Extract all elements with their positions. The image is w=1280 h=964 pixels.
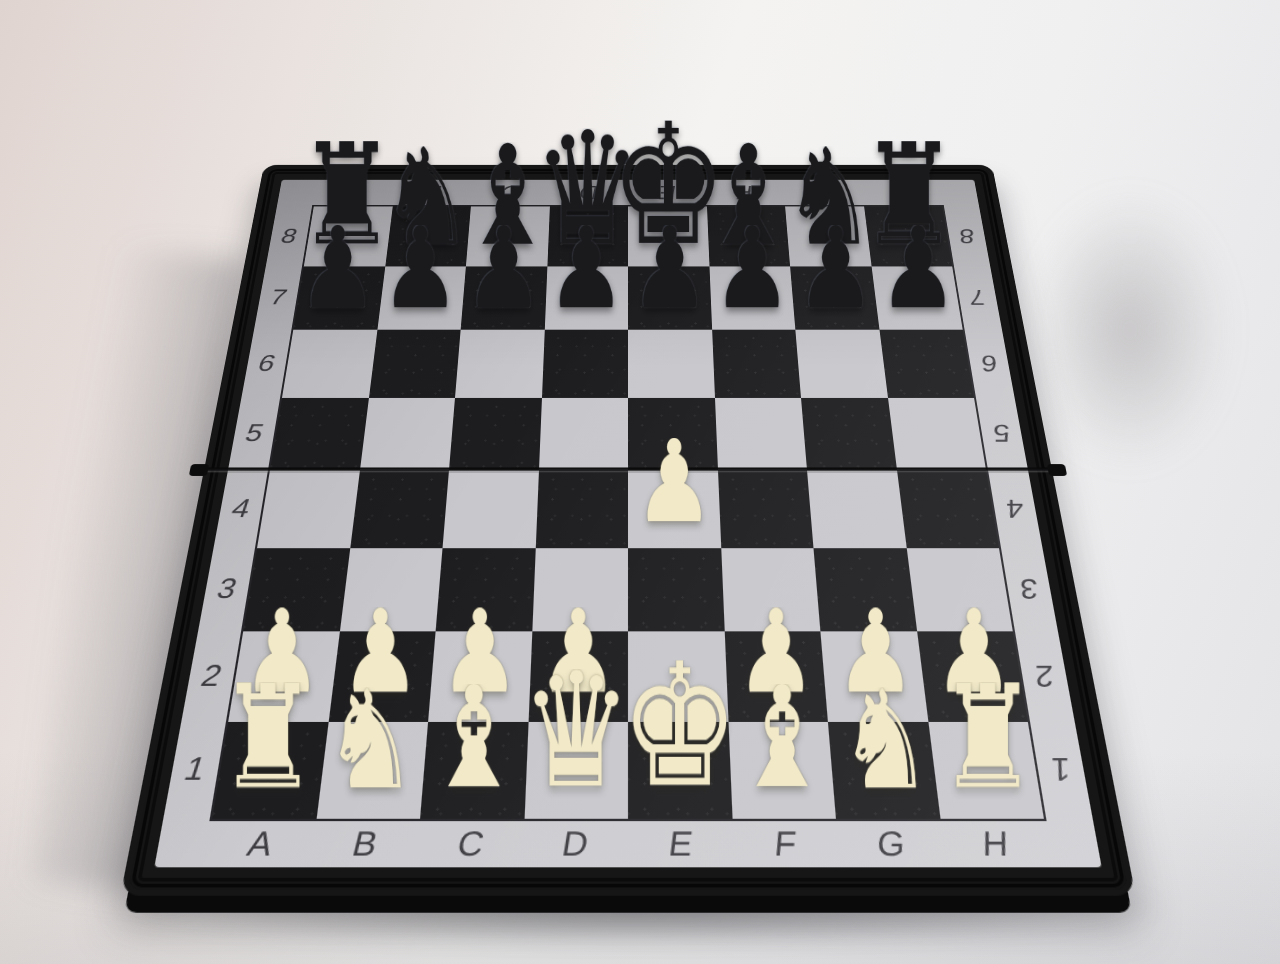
coord-file-e-top: E [657, 183, 678, 202]
piece-white-knight-b1[interactable]: ♞ [323, 687, 418, 793]
square-h5[interactable] [887, 397, 986, 470]
square-d6[interactable] [542, 330, 628, 398]
coord-rank-5-right: 5 [993, 421, 1010, 445]
piece-white-bishop-f1[interactable]: ♝ [733, 683, 831, 792]
chess-board: 8877665544332211AABBCCDDEEFFGGHH ♜♞♝♛♚♝♞… [120, 165, 1136, 896]
piece-white-king-e1[interactable]: ♚ [620, 660, 739, 793]
piece-white-queen-d1[interactable]: ♛ [521, 669, 632, 793]
square-a6[interactable] [282, 330, 377, 398]
square-e7[interactable] [628, 266, 712, 330]
piece-white-bishop-c1[interactable]: ♝ [425, 683, 523, 792]
square-e6[interactable] [628, 330, 714, 398]
desk-surface: 8877665544332211AABBCCDDEEFFGGHH ♜♞♝♛♚♝♞… [0, 0, 1280, 964]
square-f6[interactable] [712, 330, 801, 398]
square-h8[interactable] [864, 206, 952, 266]
square-g6[interactable] [795, 330, 887, 398]
piece-white-rook-h1[interactable]: ♜ [938, 682, 1038, 793]
coord-rank-6-right: 6 [981, 352, 997, 375]
square-f8[interactable] [707, 206, 791, 266]
coord-file-d-top: D [577, 183, 600, 202]
square-g7[interactable] [790, 266, 879, 330]
square-f7[interactable] [709, 266, 795, 330]
scene: 8877665544332211AABBCCDDEEFFGGHH ♜♞♝♛♚♝♞… [0, 0, 1280, 964]
square-h6[interactable] [879, 330, 974, 398]
square-b7[interactable] [377, 266, 466, 330]
square-f5[interactable] [714, 397, 807, 470]
coord-rank-5-left: 5 [242, 421, 267, 445]
coord-rank-8-right: 8 [959, 226, 974, 246]
piece-white-rook-a1[interactable]: ♜ [218, 682, 318, 793]
square-c7[interactable] [461, 266, 547, 330]
coord-rank-7-right: 7 [970, 287, 985, 308]
coord-rank-7-left: 7 [267, 287, 290, 308]
square-e8[interactable] [628, 206, 709, 266]
square-c8[interactable] [466, 206, 550, 266]
coord-file-h-top: H [891, 183, 911, 202]
square-c5[interactable] [449, 397, 542, 470]
square-b6[interactable] [369, 330, 461, 398]
coord-file-c-top: C [499, 183, 523, 202]
piece-white-pawn-e4[interactable]: ♟ [634, 438, 714, 527]
square-d8[interactable] [547, 206, 628, 266]
square-g5[interactable] [801, 397, 897, 470]
coord-file-f-top: F [736, 183, 754, 202]
square-g8[interactable] [785, 206, 871, 266]
square-d7[interactable] [544, 266, 628, 330]
square-c6[interactable] [455, 330, 544, 398]
square-a8[interactable] [304, 206, 392, 266]
square-d5[interactable] [539, 397, 629, 470]
coord-file-a-top: A [343, 183, 367, 202]
square-a7[interactable] [293, 266, 385, 330]
square-b5[interactable] [360, 397, 456, 470]
coord-file-g-top: G [812, 183, 834, 202]
coord-file-b-top: B [421, 183, 444, 202]
square-b8[interactable] [385, 206, 471, 266]
square-a5[interactable] [270, 397, 369, 470]
coord-rank-6-left: 6 [255, 352, 279, 375]
square-h7[interactable] [871, 266, 963, 330]
coord-rank-8-left: 8 [278, 226, 300, 246]
piece-white-knight-g1[interactable]: ♞ [838, 687, 933, 793]
